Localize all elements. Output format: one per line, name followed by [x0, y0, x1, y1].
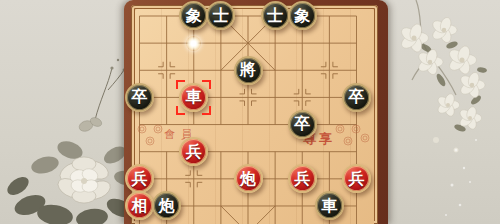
- piece-character: 卒: [294, 116, 310, 132]
- piece-black-soldier[interactable]: 卒: [125, 83, 154, 112]
- piece-character: 兵: [132, 171, 148, 187]
- piece-character: 兵: [186, 144, 202, 160]
- piece-black-advisor[interactable]: 士: [206, 1, 235, 30]
- piece-black-general[interactable]: 將: [234, 56, 263, 85]
- piece-black-elephant[interactable]: 象: [179, 1, 208, 30]
- piece-black-chariot[interactable]: 車: [315, 191, 344, 220]
- move-origin-dot: [186, 36, 201, 51]
- piece-character: 卒: [132, 89, 148, 105]
- piece-character: 兵: [294, 171, 310, 187]
- piece-red-chariot[interactable]: 車: [179, 83, 208, 112]
- piece-character: 士: [267, 8, 283, 24]
- peony-artwork: [0, 0, 130, 224]
- piece-character: 士: [213, 8, 229, 24]
- piece-red-soldier[interactable]: 兵: [288, 164, 317, 193]
- piece-red-soldier[interactable]: 兵: [342, 164, 371, 193]
- piece-black-soldier[interactable]: 卒: [342, 83, 371, 112]
- blossom-artwork: [386, 0, 500, 224]
- piece-black-elephant[interactable]: 象: [288, 1, 317, 30]
- piece-character: 車: [321, 198, 337, 214]
- piece-red-soldier[interactable]: 兵: [179, 137, 208, 166]
- piece-black-soldier[interactable]: 卒: [288, 110, 317, 139]
- piece-character: 兵: [349, 171, 365, 187]
- piece-character: 相: [132, 198, 148, 214]
- piece-black-advisor[interactable]: 士: [261, 1, 290, 30]
- piece-character: 將: [240, 62, 256, 78]
- piece-red-cannon[interactable]: 炮: [234, 164, 263, 193]
- piece-character: 象: [294, 8, 310, 24]
- piece-red-elephant[interactable]: 相: [125, 191, 154, 220]
- piece-red-soldier[interactable]: 兵: [125, 164, 154, 193]
- pieces-layer: 象士士象將卒車卒卒兵兵炮兵兵相炮車: [126, 2, 370, 219]
- piece-character: 卒: [349, 89, 365, 105]
- piece-character: 炮: [240, 171, 256, 187]
- piece-black-cannon[interactable]: 炮: [152, 191, 181, 220]
- piece-character: 象: [186, 8, 202, 24]
- piece-character: 車: [186, 89, 202, 105]
- piece-character: 炮: [159, 198, 175, 214]
- app-screen: 會員 尊享 象士士象將卒車卒卒兵兵炮兵兵相炮車: [0, 0, 500, 224]
